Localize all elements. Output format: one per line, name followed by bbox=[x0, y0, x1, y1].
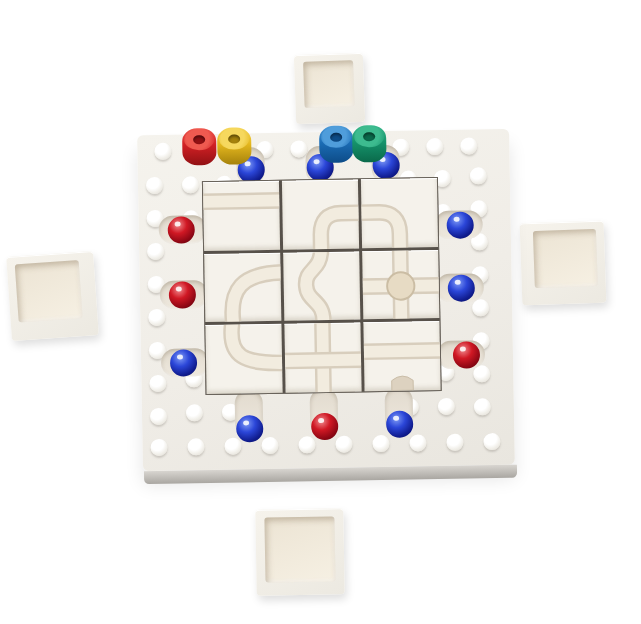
pawn-green[interactable] bbox=[352, 125, 387, 163]
board-dimple bbox=[472, 299, 489, 316]
pawn-red[interactable] bbox=[182, 128, 217, 166]
board-dimple bbox=[149, 375, 166, 392]
tray-bottom-cavity bbox=[264, 516, 335, 582]
board-dimple bbox=[372, 435, 389, 452]
cube-block-r1c1-straight-horizontal[interactable] bbox=[203, 181, 280, 251]
board-dimple bbox=[187, 438, 204, 455]
tray-left[interactable] bbox=[6, 251, 99, 341]
cube-block-r3c1-curve-top-to-right[interactable] bbox=[205, 324, 282, 394]
cube-grid bbox=[202, 177, 442, 395]
tray-top-cavity bbox=[303, 60, 355, 108]
board-dimple bbox=[470, 167, 487, 184]
marble-blue-bottom-1[interactable] bbox=[236, 415, 263, 442]
scene bbox=[0, 0, 641, 624]
tray-left-cavity bbox=[15, 260, 83, 322]
marble-blue-bottom-3[interactable] bbox=[386, 410, 413, 437]
tray-bottom[interactable] bbox=[255, 508, 344, 596]
cube-block-r2c3-cross-with-funnel-hole[interactable] bbox=[362, 250, 439, 320]
tray-right-cavity bbox=[533, 229, 598, 288]
pawn-blue[interactable] bbox=[319, 126, 354, 164]
board-dimple bbox=[154, 143, 171, 160]
board-dimple bbox=[224, 437, 241, 454]
board-dimple bbox=[460, 137, 477, 154]
board-dimple bbox=[150, 408, 167, 425]
board-dimple bbox=[150, 439, 167, 456]
board-dimple bbox=[148, 309, 165, 326]
board-dimple bbox=[261, 437, 278, 454]
board-dimple bbox=[186, 404, 203, 421]
board-dimple bbox=[335, 436, 352, 453]
board-dimple bbox=[473, 365, 490, 382]
board-dimple bbox=[446, 434, 463, 451]
marble-red-bottom-2[interactable] bbox=[311, 413, 338, 440]
cube-block-r1c3-elbow-left-to-bottom[interactable] bbox=[361, 178, 438, 248]
cube-block-r3c2-cross[interactable] bbox=[284, 323, 361, 393]
board-dimple bbox=[474, 398, 491, 415]
cube-block-r3c3-straight-horizontal-tunnel-exit[interactable] bbox=[363, 321, 440, 391]
board-dimple bbox=[409, 434, 426, 451]
board-dimple bbox=[146, 177, 163, 194]
pawn-row bbox=[137, 129, 509, 135]
pawn-yellow[interactable] bbox=[217, 127, 252, 165]
cube-block-r2c1-curve-right-to-bottom[interactable] bbox=[204, 252, 281, 322]
board-dimple bbox=[426, 138, 443, 155]
cube-block-r1c2-elbow-bottom-to-right[interactable] bbox=[282, 179, 359, 249]
board-dimple bbox=[290, 140, 307, 157]
board-dimple bbox=[298, 436, 315, 453]
board-dimple bbox=[147, 243, 164, 260]
game-board bbox=[137, 129, 515, 471]
board-dimple bbox=[438, 398, 455, 415]
board-dimple bbox=[182, 176, 199, 193]
board-dimple bbox=[483, 433, 500, 450]
cube-block-r2c2-s-curve-top-to-bottom[interactable] bbox=[283, 251, 360, 321]
tray-top[interactable] bbox=[294, 53, 365, 124]
tray-right[interactable] bbox=[520, 221, 607, 306]
